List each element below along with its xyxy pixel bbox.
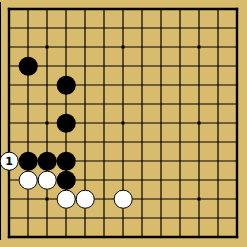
intersection-b1 (19, 228, 38, 247)
intersection-n11 (228, 38, 247, 57)
intersection-b7 (19, 114, 38, 133)
intersection-a2 (0, 209, 19, 228)
intersection-e5 (76, 152, 95, 171)
intersection-m12 (209, 19, 228, 38)
intersection-a3 (0, 190, 19, 209)
intersection-j5 (152, 152, 171, 171)
intersection-e3: ● (76, 190, 95, 209)
intersection-n2 (228, 209, 247, 228)
intersection-a6 (0, 133, 19, 152)
intersection-m10 (209, 57, 228, 76)
intersection-e8 (76, 95, 95, 114)
intersection-m3 (209, 190, 228, 209)
intersection-h8 (133, 95, 152, 114)
intersection-c3 (38, 190, 57, 209)
intersection-h3 (133, 190, 152, 209)
intersection-m1 (209, 228, 228, 247)
intersection-f10 (95, 57, 114, 76)
intersection-j3 (152, 190, 171, 209)
intersection-b11 (19, 38, 38, 57)
intersection-m8 (209, 95, 228, 114)
intersection-j2 (152, 209, 171, 228)
intersection-j6 (152, 133, 171, 152)
intersection-g13 (114, 0, 133, 19)
intersection-a13 (0, 0, 19, 19)
intersection-e2 (76, 209, 95, 228)
intersection-f9 (95, 76, 114, 95)
intersection-a4 (0, 171, 19, 190)
black-stone: ● (57, 152, 76, 171)
intersection-j7 (152, 114, 171, 133)
intersection-c4: ● (38, 171, 57, 190)
intersection-g11 (114, 38, 133, 57)
intersection-n3 (228, 190, 247, 209)
intersection-a5: ●1 (0, 152, 19, 171)
intersection-f4 (95, 171, 114, 190)
intersection-h5 (133, 152, 152, 171)
intersection-g3: ● (114, 190, 133, 209)
intersection-g1 (114, 228, 133, 247)
go-board: ●●●●1●●●●●●●●● (0, 0, 247, 247)
black-stone: ● (19, 152, 38, 171)
intersection-h10 (133, 57, 152, 76)
intersection-c12 (38, 19, 57, 38)
intersection-l11 (190, 38, 209, 57)
intersection-j10 (152, 57, 171, 76)
intersection-e7 (76, 114, 95, 133)
intersection-f7 (95, 114, 114, 133)
intersection-e10 (76, 57, 95, 76)
intersection-c1 (38, 228, 57, 247)
intersection-l7 (190, 114, 209, 133)
intersection-h2 (133, 209, 152, 228)
intersection-m13 (209, 0, 228, 19)
intersection-e13 (76, 0, 95, 19)
black-stone: ● (57, 114, 76, 133)
intersection-l5 (190, 152, 209, 171)
intersection-d8 (57, 95, 76, 114)
intersection-f5 (95, 152, 114, 171)
intersection-j1 (152, 228, 171, 247)
intersection-a7 (0, 114, 19, 133)
intersection-k2 (171, 209, 190, 228)
intersection-k6 (171, 133, 190, 152)
intersection-k12 (171, 19, 190, 38)
intersection-j12 (152, 19, 171, 38)
intersection-m7 (209, 114, 228, 133)
intersection-b13 (19, 0, 38, 19)
intersection-n1 (228, 228, 247, 247)
intersection-g12 (114, 19, 133, 38)
intersection-c8 (38, 95, 57, 114)
intersection-l9 (190, 76, 209, 95)
intersection-m9 (209, 76, 228, 95)
intersection-n12 (228, 19, 247, 38)
intersection-k9 (171, 76, 190, 95)
intersection-f3 (95, 190, 114, 209)
intersection-d11 (57, 38, 76, 57)
intersection-h11 (133, 38, 152, 57)
intersection-b9 (19, 76, 38, 95)
intersection-d5: ● (57, 152, 76, 171)
intersection-e11 (76, 38, 95, 57)
intersection-c2 (38, 209, 57, 228)
intersection-h1 (133, 228, 152, 247)
intersection-b3 (19, 190, 38, 209)
intersection-j9 (152, 76, 171, 95)
intersection-n7 (228, 114, 247, 133)
intersection-b10: ● (19, 57, 38, 76)
intersection-k3 (171, 190, 190, 209)
intersection-l12 (190, 19, 209, 38)
white-stone: ● (114, 190, 133, 209)
intersection-d6 (57, 133, 76, 152)
intersection-d13 (57, 0, 76, 19)
white-stone: ● (38, 171, 57, 190)
intersection-n5 (228, 152, 247, 171)
intersection-n13 (228, 0, 247, 19)
intersection-l2 (190, 209, 209, 228)
intersection-k5 (171, 152, 190, 171)
intersection-h7 (133, 114, 152, 133)
intersection-f13 (95, 0, 114, 19)
intersection-d1 (57, 228, 76, 247)
intersection-e1 (76, 228, 95, 247)
intersection-f8 (95, 95, 114, 114)
intersection-e12 (76, 19, 95, 38)
white-stone-move-1: ●1 (0, 152, 18, 171)
intersection-n9 (228, 76, 247, 95)
intersection-m5 (209, 152, 228, 171)
intersection-h6 (133, 133, 152, 152)
intersection-k1 (171, 228, 190, 247)
intersection-h4 (133, 171, 152, 190)
intersection-f6 (95, 133, 114, 152)
intersection-b2 (19, 209, 38, 228)
intersection-n8 (228, 95, 247, 114)
intersection-a9 (0, 76, 19, 95)
intersection-a12 (0, 19, 19, 38)
intersection-d7: ● (57, 114, 76, 133)
intersection-d2 (57, 209, 76, 228)
intersection-a11 (0, 38, 19, 57)
black-stone: ● (57, 76, 76, 95)
intersection-d12 (57, 19, 76, 38)
intersection-g9 (114, 76, 133, 95)
intersection-b6 (19, 133, 38, 152)
intersection-n10 (228, 57, 247, 76)
intersection-d10 (57, 57, 76, 76)
intersection-g10 (114, 57, 133, 76)
intersection-f11 (95, 38, 114, 57)
intersection-j13 (152, 0, 171, 19)
intersection-j4 (152, 171, 171, 190)
intersection-g2 (114, 209, 133, 228)
intersection-c10 (38, 57, 57, 76)
intersection-g6 (114, 133, 133, 152)
intersection-m11 (209, 38, 228, 57)
go-problem-diagram: ●●●●1●●●●●●●●● (0, 0, 247, 247)
intersection-b4: ● (19, 171, 38, 190)
intersection-d9: ● (57, 76, 76, 95)
black-stone: ● (57, 171, 76, 190)
intersection-c11 (38, 38, 57, 57)
intersection-g4 (114, 171, 133, 190)
intersection-h13 (133, 0, 152, 19)
intersection-b12 (19, 19, 38, 38)
intersection-c7 (38, 114, 57, 133)
intersection-n4 (228, 171, 247, 190)
intersection-m6 (209, 133, 228, 152)
intersection-k11 (171, 38, 190, 57)
intersection-c13 (38, 0, 57, 19)
intersection-j11 (152, 38, 171, 57)
intersection-g7 (114, 114, 133, 133)
intersection-m2 (209, 209, 228, 228)
intersection-e9 (76, 76, 95, 95)
intersection-l4 (190, 171, 209, 190)
intersections: ●●●●1●●●●●●●●● (0, 0, 247, 247)
intersection-f2 (95, 209, 114, 228)
black-stone: ● (38, 152, 57, 171)
intersection-a10 (0, 57, 19, 76)
intersection-c9 (38, 76, 57, 95)
black-stone: ● (19, 57, 38, 76)
intersection-k7 (171, 114, 190, 133)
white-stone: ● (19, 171, 38, 190)
white-stone: ● (57, 190, 76, 209)
intersection-l3 (190, 190, 209, 209)
move-number-label: 1 (1, 153, 18, 170)
intersection-k4 (171, 171, 190, 190)
intersection-l13 (190, 0, 209, 19)
intersection-a1 (0, 228, 19, 247)
intersection-e4 (76, 171, 95, 190)
intersection-k13 (171, 0, 190, 19)
intersection-h12 (133, 19, 152, 38)
intersection-f12 (95, 19, 114, 38)
intersection-b5: ● (19, 152, 38, 171)
intersection-j8 (152, 95, 171, 114)
intersection-c6 (38, 133, 57, 152)
intersection-h9 (133, 76, 152, 95)
intersection-c5: ● (38, 152, 57, 171)
intersection-a8 (0, 95, 19, 114)
intersection-k10 (171, 57, 190, 76)
intersection-g8 (114, 95, 133, 114)
white-stone: ● (76, 190, 95, 209)
intersection-e6 (76, 133, 95, 152)
intersection-l6 (190, 133, 209, 152)
intersection-f1 (95, 228, 114, 247)
intersection-n6 (228, 133, 247, 152)
intersection-l1 (190, 228, 209, 247)
intersection-l10 (190, 57, 209, 76)
intersection-b8 (19, 95, 38, 114)
intersection-m4 (209, 171, 228, 190)
intersection-l8 (190, 95, 209, 114)
intersection-d4: ● (57, 171, 76, 190)
intersection-g5 (114, 152, 133, 171)
intersection-d3: ● (57, 190, 76, 209)
intersection-k8 (171, 95, 190, 114)
